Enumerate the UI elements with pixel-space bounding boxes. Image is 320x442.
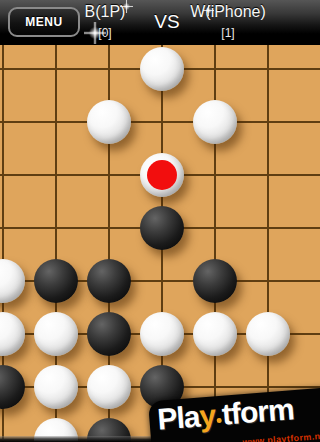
grid-line bbox=[267, 45, 269, 442]
white-stone bbox=[34, 312, 78, 356]
logo-dot bbox=[216, 418, 221, 423]
black-stone bbox=[87, 312, 131, 356]
black-stone bbox=[193, 259, 237, 303]
black-stone bbox=[87, 259, 131, 303]
white-stone bbox=[0, 312, 25, 356]
top-bar: MENU B(1P) [0] VS W(iPhone) [1] bbox=[0, 0, 320, 45]
white-stone bbox=[140, 153, 184, 197]
logo-text-pre: Pla bbox=[156, 400, 200, 436]
white-stone bbox=[193, 100, 237, 144]
white-stone bbox=[34, 365, 78, 409]
white-stone bbox=[87, 100, 131, 144]
logo-text-accent: y bbox=[198, 398, 216, 432]
game-board[interactable] bbox=[0, 45, 320, 442]
white-stone bbox=[140, 312, 184, 356]
white-stone bbox=[87, 365, 131, 409]
black-stone bbox=[0, 365, 25, 409]
black-stone bbox=[34, 259, 78, 303]
playtform-logo: Playtform bbox=[156, 392, 295, 437]
white-player-label: W(iPhone) bbox=[168, 3, 288, 21]
last-move-marker bbox=[147, 160, 177, 190]
white-stone bbox=[0, 259, 25, 303]
playtform-url: www.playtform.net bbox=[242, 430, 320, 442]
black-stone bbox=[140, 206, 184, 250]
white-stone bbox=[246, 312, 290, 356]
white-stone bbox=[193, 312, 237, 356]
app-screen: MENU B(1P) [0] VS W(iPhone) [1] Playtfor… bbox=[0, 0, 320, 442]
logo-text-post: tform bbox=[221, 392, 295, 431]
white-player-score: [1] bbox=[168, 26, 288, 40]
grid-line bbox=[0, 121, 320, 123]
white-stone bbox=[140, 47, 184, 91]
